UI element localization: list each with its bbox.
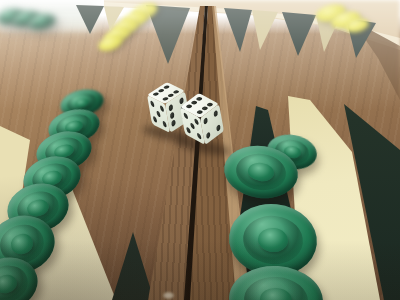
backgammon-board-photo xyxy=(0,0,400,300)
pip xyxy=(216,124,221,132)
die-2[interactable] xyxy=(0,0,400,300)
